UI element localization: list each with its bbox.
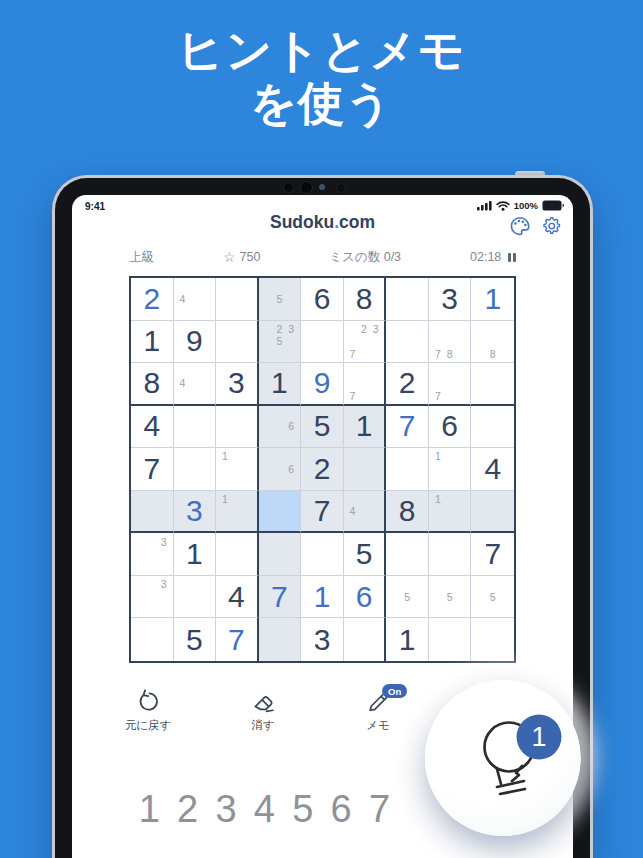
cell-r9c9[interactable]	[471, 618, 514, 661]
status-icons: 100%	[477, 200, 565, 211]
battery-icon	[542, 200, 565, 211]
cell-r4c4[interactable]: 6	[259, 406, 302, 449]
cell-r5c8[interactable]: 1	[429, 448, 472, 491]
cell-r6c9[interactable]	[471, 491, 514, 534]
gear-icon	[541, 215, 563, 237]
cell-r8c7[interactable]: 5	[386, 576, 429, 619]
entered-digit: 1	[301, 576, 343, 618]
cell-r1c2[interactable]: 4	[174, 278, 217, 321]
pencil-notes: 5	[386, 576, 428, 618]
game-info-bar: 上級 ☆ 750 ミスの数 0/3 02:18	[129, 248, 516, 266]
keypad-key-6[interactable]: 6	[322, 785, 360, 833]
given-digit: 8	[131, 363, 173, 404]
cell-r1c1[interactable]: 2	[131, 278, 174, 321]
given-digit: 1	[174, 533, 216, 575]
cell-r6c5[interactable]: 7	[301, 491, 344, 534]
keypad-key-7[interactable]: 7	[360, 785, 398, 833]
cell-r2c8[interactable]: 78	[429, 321, 472, 364]
app-title-suffix: com	[339, 212, 375, 232]
cell-r6c8[interactable]: 1	[429, 491, 472, 534]
memo-label: メモ	[366, 718, 390, 733]
pencil-notes: 7	[429, 363, 471, 404]
cell-r1c6[interactable]: 8	[344, 278, 387, 321]
cell-r2c3[interactable]	[216, 321, 259, 364]
pencil-notes: 4	[174, 278, 216, 320]
cell-r8c8[interactable]: 5	[429, 576, 472, 619]
cell-r7c9[interactable]: 7	[471, 533, 514, 576]
pencil-notes: 8	[471, 321, 514, 363]
cell-r2c9[interactable]: 8	[471, 321, 514, 364]
settings-button[interactable]	[541, 215, 563, 237]
pencil-notes: 1	[429, 448, 471, 490]
cell-r9c6[interactable]	[344, 618, 387, 661]
pencil-notes: 1	[429, 491, 471, 532]
cell-r5c9[interactable]: 4	[471, 448, 514, 491]
cell-r8c1[interactable]: 3	[131, 576, 174, 619]
given-digit: 2	[386, 363, 428, 404]
given-digit: 9	[174, 321, 216, 363]
given-digit: 8	[344, 278, 385, 320]
pause-button[interactable]	[508, 253, 516, 262]
cell-r7c7[interactable]	[386, 533, 429, 576]
cell-r1c4[interactable]: 5	[259, 278, 302, 321]
battery-percent: 100%	[514, 200, 538, 211]
cell-r5c5[interactable]: 2	[301, 448, 344, 491]
given-digit: 1	[259, 363, 301, 404]
entered-digit: 6	[344, 576, 385, 618]
svg-text:1: 1	[531, 722, 546, 752]
toolbar: 元に戻す 消す On メモ	[110, 688, 416, 733]
cell-r2c1[interactable]: 1	[131, 321, 174, 364]
cell-r5c3[interactable]: 1	[216, 448, 259, 491]
wifi-icon	[496, 200, 510, 211]
cell-r3c9[interactable]	[471, 363, 514, 406]
erase-button[interactable]: 消す	[225, 688, 301, 733]
cell-r7c3[interactable]	[216, 533, 259, 576]
mistakes-counter: ミスの数 0/3	[329, 249, 401, 266]
mic-dot-icon	[336, 183, 346, 193]
cell-r8c3[interactable]: 4	[216, 576, 259, 619]
camera-dot-icon	[283, 182, 294, 193]
pencil-notes: 237	[344, 321, 385, 363]
given-digit: 1	[386, 618, 428, 661]
pencil-notes: 235	[259, 321, 301, 363]
entered-digit: 7	[259, 576, 301, 618]
cell-r9c5[interactable]: 3	[301, 618, 344, 661]
pencil-notes: 78	[429, 321, 471, 363]
pencil-notes: 5	[471, 576, 514, 618]
cell-r6c7[interactable]: 8	[386, 491, 429, 534]
given-digit: 3	[216, 363, 257, 404]
cell-r8c2[interactable]	[174, 576, 217, 619]
given-digit: 5	[174, 618, 216, 661]
star-icon: ☆	[223, 250, 236, 264]
given-digit: 5	[344, 533, 385, 575]
sensor-dot-icon	[319, 184, 325, 190]
given-digit: 1	[344, 406, 385, 448]
cell-r4c3[interactable]	[216, 406, 259, 449]
cell-r3c8[interactable]: 7	[429, 363, 472, 406]
cell-r6c6[interactable]: 4	[344, 491, 387, 534]
undo-label: 元に戻す	[125, 718, 172, 733]
cell-r7c6[interactable]: 5	[344, 533, 387, 576]
keypad-key-2[interactable]: 2	[168, 785, 206, 833]
cell-r3c4[interactable]: 1	[259, 363, 302, 406]
cell-r7c2[interactable]: 1	[174, 533, 217, 576]
pencil-notes: 5	[259, 278, 301, 320]
hint-count-badge: 1	[517, 715, 562, 760]
palette-icon	[509, 215, 531, 237]
keypad-key-3[interactable]: 3	[207, 785, 245, 833]
cell-r9c2[interactable]: 5	[174, 618, 217, 661]
cell-r9c4[interactable]	[259, 618, 302, 661]
score-display: ☆ 750	[223, 250, 260, 264]
memo-on-badge: On	[382, 684, 407, 698]
cell-r5c2[interactable]	[174, 448, 217, 491]
undo-icon	[135, 688, 162, 715]
cell-r6c3[interactable]: 1	[216, 491, 259, 534]
page-title: ヒントとメモ を使う	[0, 24, 643, 130]
cell-r5c6[interactable]	[344, 448, 387, 491]
given-digit: 8	[386, 491, 428, 532]
cell-r2c4[interactable]: 235	[259, 321, 302, 364]
cell-r9c8[interactable]	[429, 618, 472, 661]
given-digit: 4	[216, 576, 257, 618]
pencil-notes: 7	[344, 363, 385, 404]
cell-r6c4[interactable]	[259, 491, 302, 534]
cell-r1c3[interactable]	[216, 278, 259, 321]
cell-r3c7[interactable]: 2	[386, 363, 429, 406]
given-digit: 4	[131, 406, 173, 448]
eraser-icon	[250, 688, 277, 715]
hint-button[interactable]: 1	[425, 680, 581, 836]
given-digit: 7	[301, 491, 343, 532]
given-digit: 6	[301, 278, 343, 320]
pencil-notes: 6	[259, 448, 301, 490]
cell-r2c2[interactable]: 9	[174, 321, 217, 364]
given-digit: 7	[471, 533, 514, 575]
cell-r3c1[interactable]: 8	[131, 363, 174, 406]
cell-r4c5[interactable]: 5	[301, 406, 344, 449]
cell-r4c6[interactable]: 1	[344, 406, 387, 449]
erase-label: 消す	[251, 718, 274, 733]
entered-digit: 3	[174, 491, 216, 532]
given-digit: 3	[429, 278, 471, 320]
keypad-key-5[interactable]: 5	[284, 785, 322, 833]
undo-button[interactable]: 元に戻す	[110, 688, 186, 733]
pencil-notes: 1	[216, 448, 257, 490]
cell-r5c4[interactable]: 6	[259, 448, 302, 491]
cell-r4c2[interactable]	[174, 406, 217, 449]
pencil-notes: 3	[131, 576, 173, 618]
cell-r8c6[interactable]: 6	[344, 576, 387, 619]
cell-r5c7[interactable]	[386, 448, 429, 491]
cell-r2c6[interactable]: 237	[344, 321, 387, 364]
app-title: Sudoku.com	[72, 212, 573, 233]
sudoku-board: 2456831192352377888431972746517671621431…	[129, 276, 516, 663]
cell-r9c7[interactable]: 1	[386, 618, 429, 661]
cell-r3c2[interactable]: 4	[174, 363, 217, 406]
timer-value: 02:18	[470, 250, 501, 264]
given-digit: 2	[301, 448, 343, 490]
cell-r8c9[interactable]: 5	[471, 576, 514, 619]
theme-palette-button[interactable]	[509, 215, 531, 237]
cell-r7c1[interactable]: 3	[131, 533, 174, 576]
given-digit: 4	[471, 448, 514, 490]
cell-r7c8[interactable]	[429, 533, 472, 576]
memo-button[interactable]: On メモ	[340, 688, 416, 733]
cell-r9c1[interactable]	[131, 618, 174, 661]
keypad-key-1[interactable]: 1	[130, 785, 168, 833]
given-digit: 7	[131, 448, 173, 490]
cell-r6c1[interactable]	[131, 491, 174, 534]
headline-line2: を使う	[0, 77, 643, 130]
given-digit: 1	[131, 321, 173, 363]
cell-r4c8[interactable]: 6	[429, 406, 472, 449]
app-title-main: Sudoku	[270, 212, 334, 232]
cell-r3c6[interactable]: 7	[344, 363, 387, 406]
entered-digit: 7	[216, 618, 257, 661]
given-digit: 5	[301, 406, 343, 448]
cell-r4c9[interactable]	[471, 406, 514, 449]
cell-r1c8[interactable]: 3	[429, 278, 472, 321]
timer-display: 02:18	[470, 250, 516, 264]
cell-r1c5[interactable]: 6	[301, 278, 344, 321]
cell-r6c2[interactable]: 3	[174, 491, 217, 534]
entered-digit: 2	[131, 278, 173, 320]
pencil-notes: 4	[174, 363, 216, 404]
pencil-notes: 6	[259, 406, 301, 448]
pencil-notes: 4	[344, 491, 385, 532]
entered-digit: 9	[301, 363, 343, 404]
cell-r1c9[interactable]: 1	[471, 278, 514, 321]
cell-r5c1[interactable]: 7	[131, 448, 174, 491]
cell-r4c1[interactable]: 4	[131, 406, 174, 449]
score-value: 750	[240, 250, 261, 264]
entered-digit: 1	[471, 278, 514, 320]
status-time: 9:41	[85, 201, 105, 212]
number-keypad: 1234567	[130, 785, 399, 833]
cell-r2c7[interactable]	[386, 321, 429, 364]
cell-r8c4[interactable]: 7	[259, 576, 302, 619]
cell-r7c4[interactable]	[259, 533, 302, 576]
cell-r9c3[interactable]: 7	[216, 618, 259, 661]
cell-r7c5[interactable]	[301, 533, 344, 576]
pencil-notes: 1	[216, 491, 257, 532]
difficulty-label: 上級	[129, 249, 154, 266]
headline-line1: ヒントとメモ	[0, 24, 643, 77]
cell-r3c5[interactable]: 9	[301, 363, 344, 406]
pencil-notes: 3	[131, 533, 173, 575]
cell-r2c5[interactable]	[301, 321, 344, 364]
page: ヒントとメモ を使う 9:41 1	[0, 0, 643, 858]
pencil-notes: 5	[429, 576, 471, 618]
given-digit: 3	[301, 618, 343, 661]
entered-digit: 7	[386, 406, 428, 448]
keypad-key-4[interactable]: 4	[245, 785, 283, 833]
given-digit: 6	[429, 406, 471, 448]
cellular-signal-icon	[477, 200, 492, 211]
cell-r3c3[interactable]: 3	[216, 363, 259, 406]
cell-r8c5[interactable]: 1	[301, 576, 344, 619]
cell-r1c7[interactable]	[386, 278, 429, 321]
camera-lens-icon	[300, 181, 313, 194]
cell-r4c7[interactable]: 7	[386, 406, 429, 449]
